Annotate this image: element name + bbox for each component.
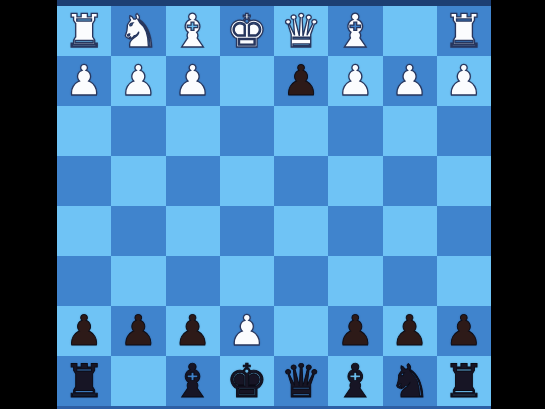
square-d6[interactable]: [274, 256, 328, 306]
square-g6[interactable]: [111, 256, 165, 306]
square-f8[interactable]: ♝: [166, 356, 220, 406]
square-h4[interactable]: [57, 156, 111, 206]
square-c7[interactable]: ♟: [328, 306, 382, 356]
square-f3[interactable]: [166, 106, 220, 156]
square-d1[interactable]: ♛: [274, 6, 328, 56]
square-d3[interactable]: [274, 106, 328, 156]
square-b4[interactable]: [383, 156, 437, 206]
white-queen-piece: ♛: [281, 6, 322, 56]
square-a6[interactable]: [437, 256, 491, 306]
square-f4[interactable]: [166, 156, 220, 206]
square-c8[interactable]: ♝: [328, 356, 382, 406]
white-bishop-piece: ♝: [172, 6, 213, 56]
square-h2[interactable]: ♟: [57, 56, 111, 106]
black-rook-piece: ♜: [443, 356, 484, 406]
square-h6[interactable]: [57, 256, 111, 306]
square-f2[interactable]: ♟: [166, 56, 220, 106]
square-g3[interactable]: [111, 106, 165, 156]
square-c3[interactable]: [328, 106, 382, 156]
square-b5[interactable]: [383, 206, 437, 256]
black-bishop-piece: ♝: [172, 356, 213, 406]
square-e1[interactable]: ♚: [220, 6, 274, 56]
square-f5[interactable]: [166, 206, 220, 256]
square-h1[interactable]: ♜: [57, 6, 111, 56]
white-pawn-piece: ♟: [228, 306, 266, 356]
square-a7[interactable]: ♟: [437, 306, 491, 356]
square-f6[interactable]: [166, 256, 220, 306]
square-a4[interactable]: [437, 156, 491, 206]
square-h8[interactable]: ♜: [57, 356, 111, 406]
square-e5[interactable]: [220, 206, 274, 256]
white-rook-piece: ♜: [443, 6, 484, 56]
black-pawn-piece: ♟: [65, 306, 103, 356]
square-g2[interactable]: ♟: [111, 56, 165, 106]
square-e6[interactable]: [220, 256, 274, 306]
square-a2[interactable]: ♟: [437, 56, 491, 106]
square-h3[interactable]: [57, 106, 111, 156]
square-d4[interactable]: [274, 156, 328, 206]
black-pawn-piece: ♟: [391, 306, 429, 356]
video-frame: ♜♞♝♚♛♝♜♟♟♟♟♟♟♟♟♟♟♟♟♟♟♜♝♚♛♝♞♜: [0, 0, 545, 409]
square-b1[interactable]: [383, 6, 437, 56]
square-g8[interactable]: [111, 356, 165, 406]
square-e3[interactable]: [220, 106, 274, 156]
white-pawn-piece: ♟: [174, 56, 212, 106]
white-pawn-piece: ♟: [120, 56, 158, 106]
square-f7[interactable]: ♟: [166, 306, 220, 356]
square-c2[interactable]: ♟: [328, 56, 382, 106]
square-a3[interactable]: [437, 106, 491, 156]
black-knight-piece: ♞: [389, 356, 430, 406]
white-pawn-piece: ♟: [391, 56, 429, 106]
chess-board: ♜♞♝♚♛♝♜♟♟♟♟♟♟♟♟♟♟♟♟♟♟♜♝♚♛♝♞♜: [57, 0, 491, 409]
square-b6[interactable]: [383, 256, 437, 306]
square-b7[interactable]: ♟: [383, 306, 437, 356]
square-e7[interactable]: ♟: [220, 306, 274, 356]
white-bishop-piece: ♝: [335, 6, 376, 56]
square-e2[interactable]: [220, 56, 274, 106]
black-bishop-piece: ♝: [335, 356, 376, 406]
square-g7[interactable]: ♟: [111, 306, 165, 356]
white-knight-piece: ♞: [118, 6, 159, 56]
square-a5[interactable]: [437, 206, 491, 256]
white-pawn-piece: ♟: [65, 56, 103, 106]
black-queen-piece: ♛: [281, 356, 322, 406]
square-d8[interactable]: ♛: [274, 356, 328, 406]
square-d5[interactable]: [274, 206, 328, 256]
white-pawn-piece: ♟: [445, 56, 483, 106]
white-rook-piece: ♜: [64, 6, 105, 56]
square-f1[interactable]: ♝: [166, 6, 220, 56]
square-a1[interactable]: ♜: [437, 6, 491, 56]
white-pawn-piece: ♟: [337, 56, 375, 106]
black-pawn-piece: ♟: [282, 56, 320, 106]
square-c5[interactable]: [328, 206, 382, 256]
square-b8[interactable]: ♞: [383, 356, 437, 406]
black-pawn-piece: ♟: [120, 306, 158, 356]
square-h7[interactable]: ♟: [57, 306, 111, 356]
square-b3[interactable]: [383, 106, 437, 156]
black-pawn-piece: ♟: [445, 306, 483, 356]
square-g5[interactable]: [111, 206, 165, 256]
square-g1[interactable]: ♞: [111, 6, 165, 56]
square-e4[interactable]: [220, 156, 274, 206]
black-pawn-piece: ♟: [174, 306, 212, 356]
square-h5[interactable]: [57, 206, 111, 256]
square-b2[interactable]: ♟: [383, 56, 437, 106]
square-c6[interactable]: [328, 256, 382, 306]
white-king-piece: ♚: [226, 6, 267, 56]
board-grid: ♜♞♝♚♛♝♜♟♟♟♟♟♟♟♟♟♟♟♟♟♟♜♝♚♛♝♞♜: [57, 6, 491, 406]
black-pawn-piece: ♟: [337, 306, 375, 356]
black-rook-piece: ♜: [64, 356, 105, 406]
square-g4[interactable]: [111, 156, 165, 206]
square-e8[interactable]: ♚: [220, 356, 274, 406]
black-king-piece: ♚: [226, 356, 267, 406]
square-d7[interactable]: [274, 306, 328, 356]
square-c1[interactable]: ♝: [328, 6, 382, 56]
square-d2[interactable]: ♟: [274, 56, 328, 106]
square-c4[interactable]: [328, 156, 382, 206]
square-a8[interactable]: ♜: [437, 356, 491, 406]
